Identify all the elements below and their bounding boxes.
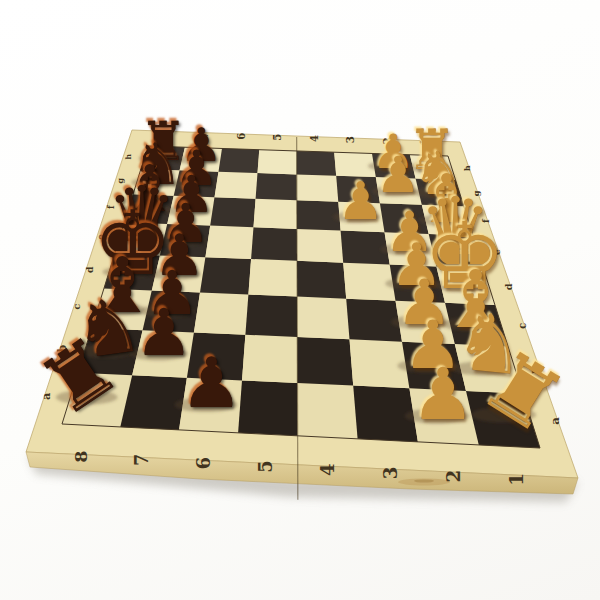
wood-knot-core (414, 479, 434, 482)
coord-far-4: 4 (309, 135, 320, 142)
coord-near-1: 1 (506, 473, 527, 486)
square-f5 (254, 199, 297, 229)
square-h5 (258, 150, 297, 175)
square-g5 (256, 173, 297, 200)
square-g4 (297, 174, 339, 201)
square-e4 (297, 229, 343, 263)
coord-far-6: 6 (236, 133, 247, 140)
square-g6 (215, 172, 258, 199)
piece-white-pawn[interactable]: ♟ (337, 175, 384, 227)
coord-near-4: 4 (317, 463, 338, 476)
piece-black-pawn[interactable]: ♟ (180, 349, 242, 419)
square-e5 (251, 227, 297, 261)
square-c6 (194, 293, 249, 335)
square-a5 (238, 380, 298, 435)
coord-near-3: 3 (380, 467, 401, 480)
square-c4 (297, 297, 349, 340)
square-d5 (248, 259, 297, 297)
coord-near-5: 5 (255, 460, 276, 472)
coord-far-3: 3 (344, 136, 356, 143)
square-d4 (297, 261, 346, 299)
square-h4 (297, 151, 337, 176)
square-d6 (200, 257, 251, 294)
square-b5 (242, 335, 297, 383)
square-a4 (297, 383, 357, 439)
square-e6 (205, 226, 253, 259)
coord-near-2: 2 (443, 470, 464, 483)
chess-photo-scene: 8765432187654321abcdefghabcdefgh♜♞♝♚♛♝♞♜… (0, 0, 600, 600)
piece-white-pawn[interactable]: ♟ (411, 358, 475, 430)
coord-far-5: 5 (272, 134, 283, 141)
coord-near-8: 8 (71, 451, 91, 463)
square-h6 (219, 149, 260, 174)
coord-near-6: 6 (193, 457, 214, 469)
square-f6 (210, 197, 255, 227)
square-b4 (297, 337, 353, 386)
square-c5 (245, 295, 297, 337)
coord-near-7: 7 (131, 454, 152, 466)
